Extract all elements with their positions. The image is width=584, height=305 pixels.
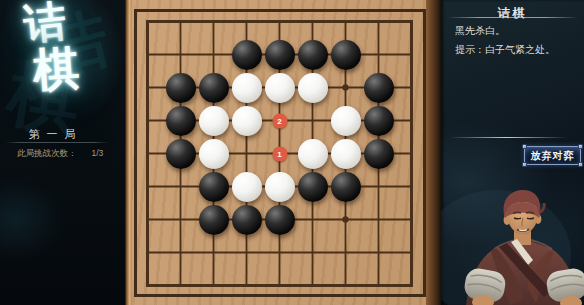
black-stone <box>199 205 229 235</box>
intersection-H2[interactable] <box>362 236 395 269</box>
white-stone <box>331 139 361 169</box>
intersection-G3[interactable] <box>329 203 362 236</box>
attempts-value: 1/3 <box>92 148 104 160</box>
intersection-A3[interactable] <box>131 203 164 236</box>
intersection-E9[interactable] <box>263 5 296 38</box>
intersection-J4[interactable] <box>395 170 428 203</box>
intersection-F1[interactable] <box>296 269 329 302</box>
intersection-B1[interactable] <box>164 269 197 302</box>
intersection-B5 <box>164 137 197 170</box>
white-stone <box>199 139 229 169</box>
intersection-G2[interactable] <box>329 236 362 269</box>
attempts-label: 此局挑战次数： <box>17 148 77 160</box>
attempts-counter: 此局挑战次数： 1/3 <box>17 148 103 160</box>
white-stone <box>298 139 328 169</box>
white-stone <box>265 73 295 103</box>
intersection-C4 <box>197 170 230 203</box>
intersection-H1[interactable] <box>362 269 395 302</box>
intersection-A6[interactable] <box>131 104 164 137</box>
white-stone <box>331 106 361 136</box>
move-marker-2: 2 <box>272 113 287 128</box>
white-stone <box>199 106 229 136</box>
left-panel: 诘 棋 诘 棋 第一局 此局挑战次数： 1/3 <box>0 0 125 305</box>
intersection-F8 <box>296 38 329 71</box>
puzzle-hint: 提示：白子气紧之处。 <box>455 43 555 57</box>
divider <box>449 137 577 138</box>
intersection-E2[interactable] <box>263 236 296 269</box>
intersection-B2[interactable] <box>164 236 197 269</box>
intersection-E7 <box>263 71 296 104</box>
intersection-D4 <box>230 170 263 203</box>
go-board[interactable]: 12 <box>125 0 441 305</box>
intersection-G7[interactable] <box>329 71 362 104</box>
intersection-C2[interactable] <box>197 236 230 269</box>
intersection-C3 <box>197 203 230 236</box>
button-corner-stud <box>578 162 583 167</box>
right-panel: 诘棋 黑先杀白。 提示：白子气紧之处。 放弃对弈 <box>441 0 584 305</box>
intersection-C6 <box>197 104 230 137</box>
intersection-D8 <box>230 38 263 71</box>
black-stone <box>232 40 262 70</box>
screen: 诘 棋 诘 棋 第一局 此局挑战次数： 1/3 12 诘棋 黑先杀白。 提示：白… <box>0 0 584 305</box>
button-corner-stud <box>522 162 527 167</box>
intersection-D1[interactable] <box>230 269 263 302</box>
intersection-F6[interactable] <box>296 104 329 137</box>
black-stone <box>199 73 229 103</box>
intersection-A5[interactable] <box>131 137 164 170</box>
round-label: 第一局 <box>0 127 104 142</box>
puzzle-title-calligraphy: 诘 <box>22 0 68 46</box>
button-corner-stud <box>578 144 583 149</box>
intersection-A4[interactable] <box>131 170 164 203</box>
intersection-G1[interactable] <box>329 269 362 302</box>
intersection-A9[interactable] <box>131 5 164 38</box>
white-stone <box>232 172 262 202</box>
board-edge-bevel <box>426 0 441 305</box>
intersection-H6 <box>362 104 395 137</box>
give-up-button[interactable]: 放弃对弈 <box>524 146 581 165</box>
intersection-D7 <box>230 71 263 104</box>
intersection-A8[interactable] <box>131 38 164 71</box>
intersection-A7[interactable] <box>131 71 164 104</box>
intersection-H4[interactable] <box>362 170 395 203</box>
intersection-F2[interactable] <box>296 236 329 269</box>
divider <box>447 17 578 18</box>
intersection-C9[interactable] <box>197 5 230 38</box>
intersection-F9[interactable] <box>296 5 329 38</box>
intersection-G9[interactable] <box>329 5 362 38</box>
white-stone <box>298 73 328 103</box>
intersection-G8 <box>329 38 362 71</box>
intersection-C5 <box>197 137 230 170</box>
intersection-F7 <box>296 71 329 104</box>
panel-title: 诘棋 <box>441 5 584 22</box>
intersection-D3 <box>230 203 263 236</box>
intersection-H7 <box>362 71 395 104</box>
intersection-D5[interactable] <box>230 137 263 170</box>
intersection-H8[interactable] <box>362 38 395 71</box>
move-marker-1: 1 <box>272 146 287 161</box>
intersection-B3[interactable] <box>164 203 197 236</box>
intersection-J3[interactable] <box>395 203 428 236</box>
puzzle-objective: 黑先杀白。 <box>455 24 505 38</box>
intersection-J6[interactable] <box>395 104 428 137</box>
intersection-F5 <box>296 137 329 170</box>
npc-portrait <box>441 185 584 305</box>
intersection-B8[interactable] <box>164 38 197 71</box>
intersection-E3 <box>263 203 296 236</box>
black-stone <box>331 172 361 202</box>
black-stone <box>232 205 262 235</box>
intersection-J5[interactable] <box>395 137 428 170</box>
intersection-B4[interactable] <box>164 170 197 203</box>
intersection-E4 <box>263 170 296 203</box>
intersection-B9[interactable] <box>164 5 197 38</box>
intersection-C1[interactable] <box>197 269 230 302</box>
intersection-H9[interactable] <box>362 5 395 38</box>
intersection-H3[interactable] <box>362 203 395 236</box>
intersection-G6 <box>329 104 362 137</box>
intersection-J1[interactable] <box>395 269 428 302</box>
black-stone <box>364 73 394 103</box>
intersection-D9[interactable] <box>230 5 263 38</box>
intersection-E1[interactable] <box>263 269 296 302</box>
black-stone <box>265 205 295 235</box>
intersection-B6 <box>164 104 197 137</box>
divider <box>5 142 109 143</box>
intersection-F4 <box>296 170 329 203</box>
intersection-C8[interactable] <box>197 38 230 71</box>
intersection-H5 <box>362 137 395 170</box>
intersection-J7[interactable] <box>395 71 428 104</box>
intersection-D6 <box>230 104 263 137</box>
black-stone <box>364 106 394 136</box>
button-corner-stud <box>522 144 527 149</box>
white-stone <box>232 106 262 136</box>
black-stone <box>364 139 394 169</box>
intersection-E8 <box>263 38 296 71</box>
black-stone <box>298 40 328 70</box>
intersection-A2[interactable] <box>131 236 164 269</box>
white-stone <box>232 73 262 103</box>
give-up-button-label: 放弃对弈 <box>531 149 575 163</box>
black-stone <box>199 172 229 202</box>
black-stone <box>298 172 328 202</box>
intersection-F3[interactable] <box>296 203 329 236</box>
white-stone <box>265 172 295 202</box>
black-stone <box>166 73 196 103</box>
black-stone <box>265 40 295 70</box>
intersection-D2[interactable] <box>230 236 263 269</box>
puzzle-title-calligraphy: 棋 <box>31 44 80 93</box>
intersection-G4 <box>329 170 362 203</box>
black-stone <box>166 106 196 136</box>
intersection-A1[interactable] <box>131 269 164 302</box>
black-stone <box>331 40 361 70</box>
intersection-J9[interactable] <box>395 5 428 38</box>
black-stone <box>166 139 196 169</box>
intersection-C7 <box>197 71 230 104</box>
intersection-G5 <box>329 137 362 170</box>
intersection-J2[interactable] <box>395 236 428 269</box>
intersection-J8[interactable] <box>395 38 428 71</box>
intersection-B7 <box>164 71 197 104</box>
